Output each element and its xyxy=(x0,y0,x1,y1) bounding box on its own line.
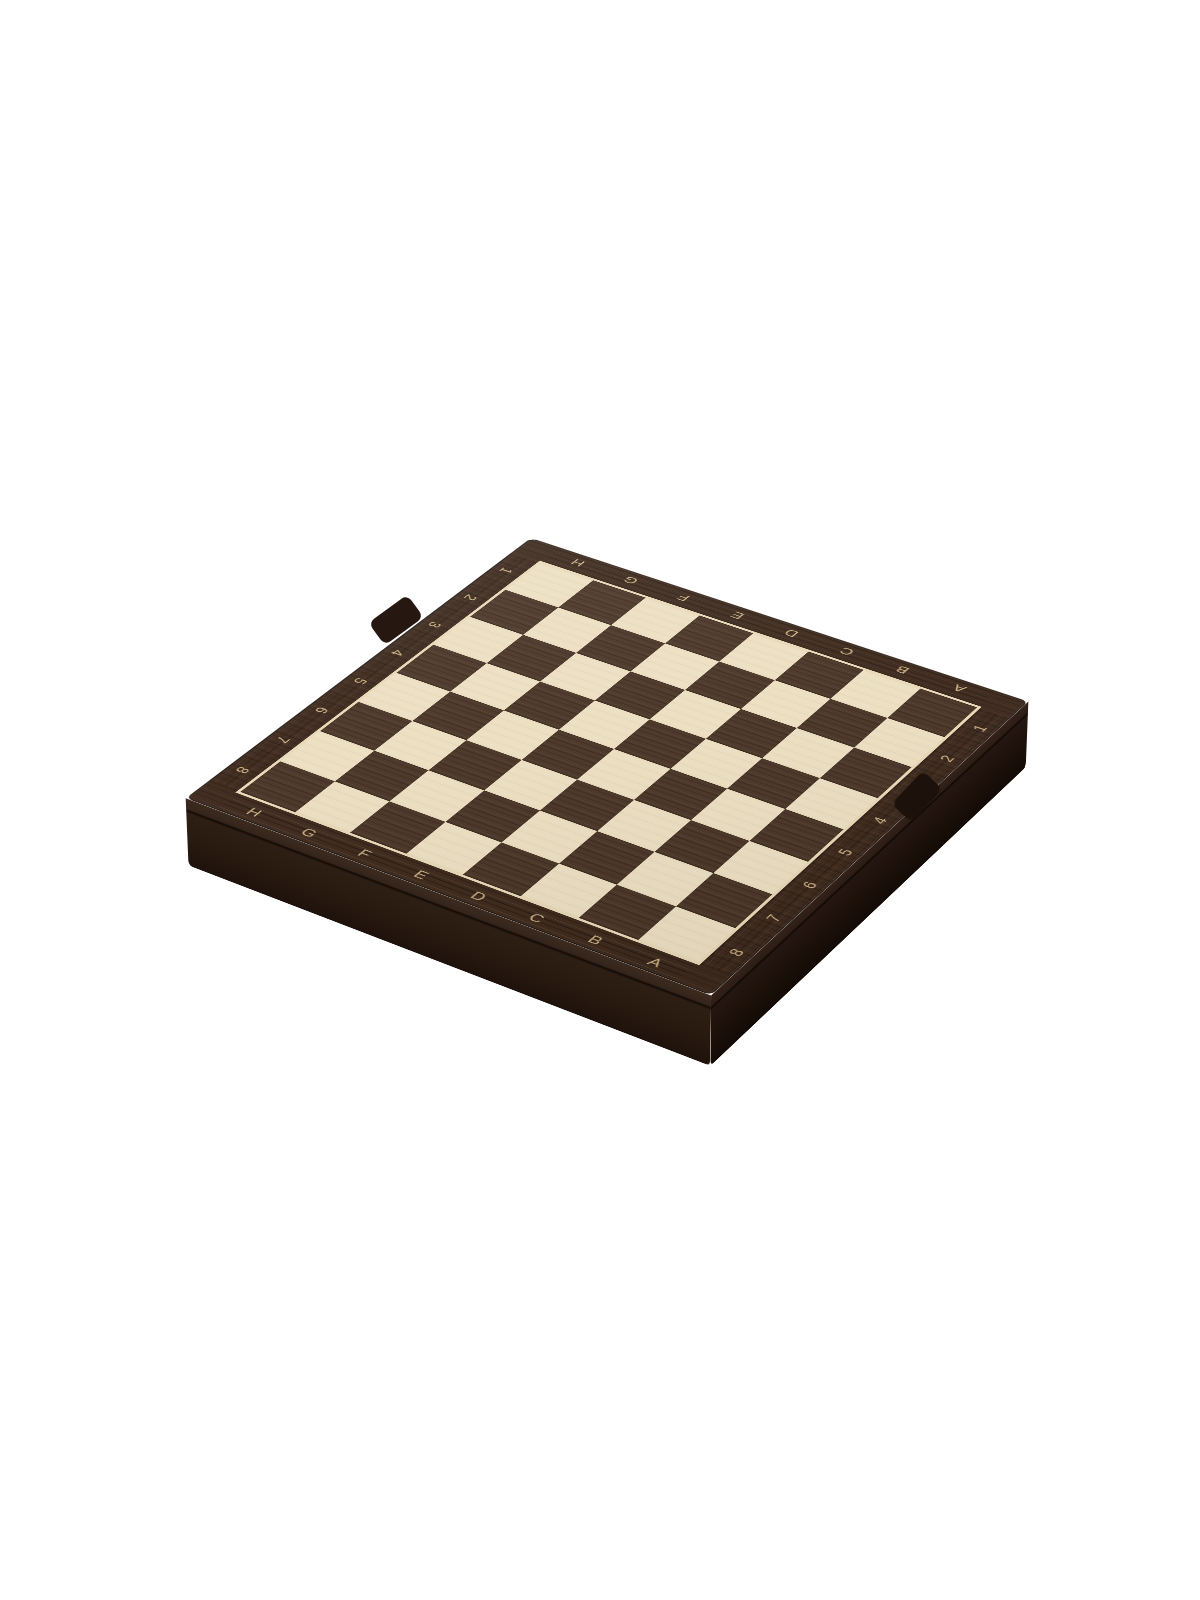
chess-box-board: HGFEDCBA HGFEDCBA 12345678 12345678 xyxy=(186,538,1029,995)
board-square xyxy=(638,906,736,962)
board-square xyxy=(691,789,785,841)
board-square xyxy=(579,884,676,939)
board-square xyxy=(520,863,617,918)
board-square xyxy=(559,831,655,884)
board-square xyxy=(463,842,559,896)
board-square xyxy=(617,852,713,906)
board-square xyxy=(820,747,912,797)
board-square xyxy=(713,841,808,895)
board-square xyxy=(350,801,445,853)
board-lid-top: HGFEDCBA HGFEDCBA 12345678 12345678 xyxy=(186,538,1029,995)
coord-label: 8 xyxy=(206,752,281,788)
board-square xyxy=(727,758,820,809)
board-square xyxy=(655,820,750,873)
board-square xyxy=(240,761,334,812)
lighting-overlay xyxy=(186,538,1029,995)
board-square xyxy=(484,760,577,811)
board-square xyxy=(785,778,878,830)
board-square xyxy=(390,770,484,821)
board-square xyxy=(634,769,727,820)
perspective-squeeze: HGFEDCBA HGFEDCBA 12345678 12345678 xyxy=(80,0,1124,1600)
board-square xyxy=(676,873,772,928)
board-square xyxy=(597,800,691,852)
board-square xyxy=(406,822,502,875)
page: { "game": "chess", "scene_description": … xyxy=(0,0,1200,1600)
board-square xyxy=(445,790,540,842)
board-square xyxy=(335,751,429,802)
board-square xyxy=(502,811,597,864)
board-square xyxy=(577,749,670,800)
product-photo-scene: HGFEDCBA HGFEDCBA 12345678 12345678 xyxy=(80,0,1124,1600)
board-square xyxy=(749,809,843,862)
board-square xyxy=(540,779,634,831)
board-square xyxy=(295,781,390,833)
